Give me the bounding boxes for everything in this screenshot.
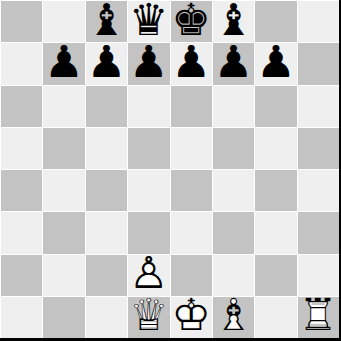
square-g3[interactable] [255,212,296,253]
square-e7[interactable]: ♟ [171,43,212,84]
square-f3[interactable] [213,212,254,253]
piece-black-pawn-b7[interactable]: ♟ [43,43,84,84]
square-a8[interactable] [1,1,42,42]
square-f5[interactable] [213,128,254,169]
piece-black-pawn-f7[interactable]: ♟ [213,43,254,84]
square-g1[interactable] [255,297,296,338]
chess-board: ♝♛♚♝♟♟♟♟♟♟♟♙♛♕♚♔♝♗♜♖ [1,1,339,338]
square-d6[interactable] [128,86,169,127]
square-e4[interactable] [171,170,212,211]
square-f4[interactable] [213,170,254,211]
square-e6[interactable] [171,86,212,127]
square-b2[interactable] [43,255,84,296]
square-b5[interactable] [43,128,84,169]
square-h7[interactable] [298,43,339,84]
black-pawn-glyph: ♟ [171,40,210,84]
square-d5[interactable] [128,128,169,169]
square-a1[interactable] [1,297,42,338]
square-g5[interactable] [255,128,296,169]
square-h5[interactable] [298,128,339,169]
piece-black-pawn-d7[interactable]: ♟ [128,43,169,84]
square-b1[interactable] [43,297,84,338]
square-d4[interactable] [128,170,169,211]
square-h1[interactable]: ♜♖ [298,297,339,338]
white-rook-outline-glyph: ♖ [299,294,338,338]
square-h6[interactable] [298,86,339,127]
piece-white-rook-h1[interactable]: ♜♖ [298,297,339,338]
square-d7[interactable]: ♟ [128,43,169,84]
white-queen-outline-glyph: ♕ [129,294,168,338]
piece-white-queen-d1[interactable]: ♛♕ [128,297,169,338]
square-f6[interactable] [213,86,254,127]
square-h4[interactable] [298,170,339,211]
square-a4[interactable] [1,170,42,211]
black-pawn-glyph: ♟ [129,40,168,84]
black-pawn-glyph: ♟ [256,40,295,84]
square-a2[interactable] [1,255,42,296]
piece-black-pawn-e7[interactable]: ♟ [171,43,212,84]
square-c6[interactable] [86,86,127,127]
square-b4[interactable] [43,170,84,211]
square-a3[interactable] [1,212,42,253]
square-b3[interactable] [43,212,84,253]
black-pawn-glyph: ♟ [214,40,253,84]
piece-black-pawn-g7[interactable]: ♟ [255,43,296,84]
square-a5[interactable] [1,128,42,169]
square-b7[interactable]: ♟ [43,43,84,84]
square-f7[interactable]: ♟ [213,43,254,84]
square-g4[interactable] [255,170,296,211]
square-f1[interactable]: ♝♗ [213,297,254,338]
square-c5[interactable] [86,128,127,169]
black-pawn-glyph: ♟ [44,40,83,84]
black-pawn-glyph: ♟ [87,40,126,84]
square-c4[interactable] [86,170,127,211]
square-c7[interactable]: ♟ [86,43,127,84]
white-bishop-outline-glyph: ♗ [214,294,253,338]
square-c2[interactable] [86,255,127,296]
piece-white-bishop-f1[interactable]: ♝♗ [213,297,254,338]
board-frame: ♝♛♚♝♟♟♟♟♟♟♟♙♛♕♚♔♝♗♜♖ [0,0,341,341]
square-b6[interactable] [43,86,84,127]
square-c3[interactable] [86,212,127,253]
square-h3[interactable] [298,212,339,253]
square-e3[interactable] [171,212,212,253]
square-a7[interactable] [1,43,42,84]
square-e5[interactable] [171,128,212,169]
square-c1[interactable] [86,297,127,338]
square-d1[interactable]: ♛♕ [128,297,169,338]
square-a6[interactable] [1,86,42,127]
square-e1[interactable]: ♚♔ [171,297,212,338]
square-g6[interactable] [255,86,296,127]
square-h8[interactable] [298,1,339,42]
piece-black-pawn-c7[interactable]: ♟ [86,43,127,84]
square-g2[interactable] [255,255,296,296]
piece-white-king-e1[interactable]: ♚♔ [171,297,212,338]
square-g7[interactable]: ♟ [255,43,296,84]
white-king-outline-glyph: ♔ [171,294,210,338]
